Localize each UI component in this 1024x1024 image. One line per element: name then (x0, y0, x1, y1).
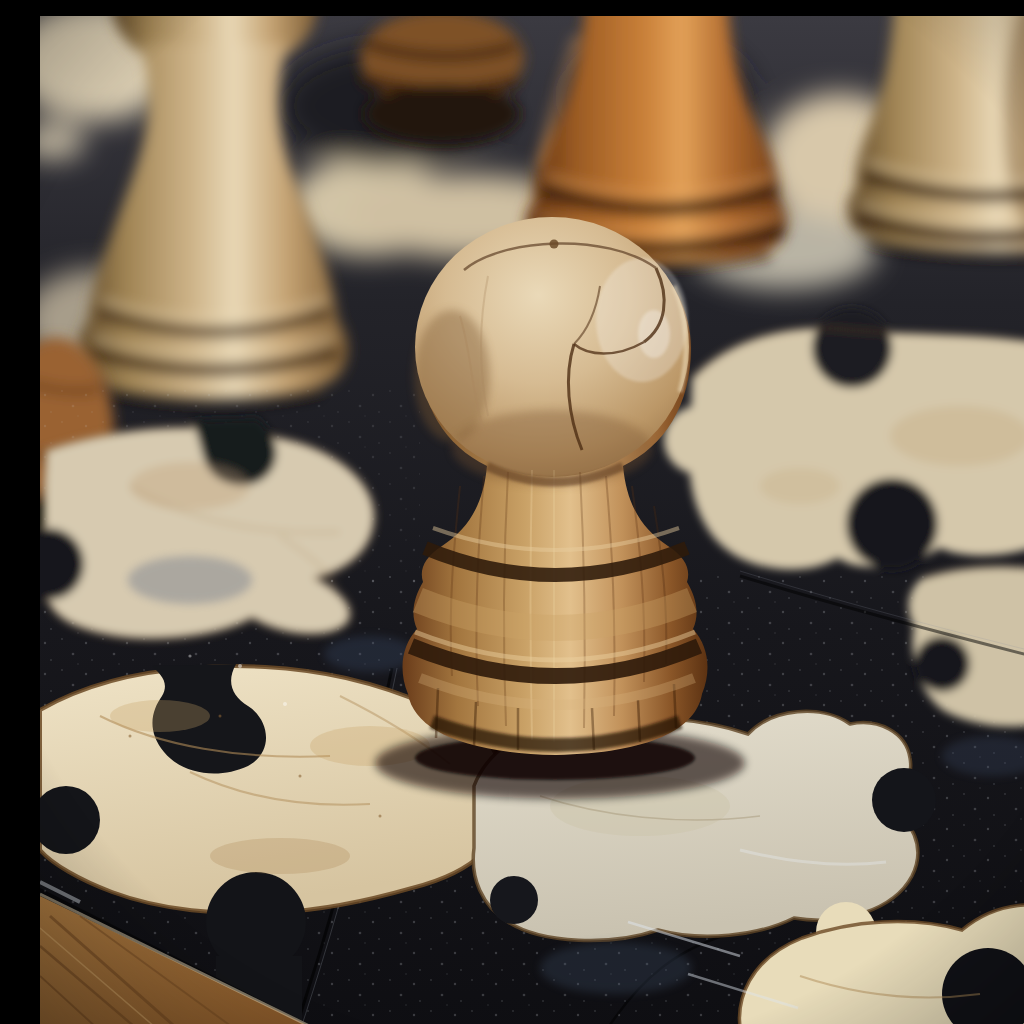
chessboard-photo (40, 16, 1024, 1024)
chess-scene (40, 16, 1024, 1024)
vignette (40, 16, 1024, 1024)
